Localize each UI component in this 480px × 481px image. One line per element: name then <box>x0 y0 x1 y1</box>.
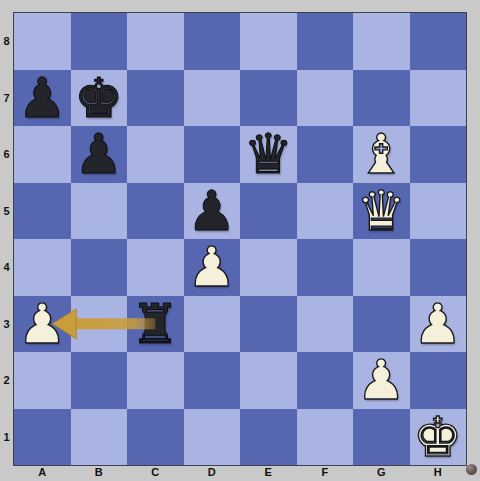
chessboard: ♟♚♟♛♝♟♛♟♟♜♟♟♚ <box>13 12 467 466</box>
square-c1[interactable] <box>127 409 184 466</box>
piece-white-bishop-g6[interactable]: ♝ <box>357 126 406 183</box>
piece-black-pawn-a7[interactable]: ♟ <box>18 70 67 127</box>
square-g1[interactable] <box>353 409 410 466</box>
piece-white-pawn-a3[interactable]: ♟ <box>18 296 67 353</box>
square-b6[interactable]: ♟ <box>71 126 128 183</box>
square-d5[interactable]: ♟ <box>184 183 241 240</box>
file-label-e: E <box>240 464 297 480</box>
rank-label-7: 7 <box>0 70 13 127</box>
square-e2[interactable] <box>240 352 297 409</box>
file-label-g: G <box>353 464 410 480</box>
square-g5[interactable]: ♛ <box>353 183 410 240</box>
chessboard-grid: ♟♚♟♛♝♟♛♟♟♜♟♟♚ <box>14 13 466 465</box>
square-g8[interactable] <box>353 13 410 70</box>
square-h2[interactable] <box>410 352 467 409</box>
square-a2[interactable] <box>14 352 71 409</box>
square-f4[interactable] <box>297 239 354 296</box>
square-h6[interactable] <box>410 126 467 183</box>
square-e5[interactable] <box>240 183 297 240</box>
square-f7[interactable] <box>297 70 354 127</box>
square-b5[interactable] <box>71 183 128 240</box>
piece-white-pawn-g2[interactable]: ♟ <box>357 352 406 409</box>
rank-label-8: 8 <box>0 13 13 70</box>
square-d7[interactable] <box>184 70 241 127</box>
square-d8[interactable] <box>184 13 241 70</box>
square-c7[interactable] <box>127 70 184 127</box>
square-e6[interactable]: ♛ <box>240 126 297 183</box>
square-c3[interactable]: ♜ <box>127 296 184 353</box>
file-label-b: B <box>71 464 128 480</box>
square-b2[interactable] <box>71 352 128 409</box>
square-a5[interactable] <box>14 183 71 240</box>
square-b7[interactable]: ♚ <box>71 70 128 127</box>
piece-white-pawn-d4[interactable]: ♟ <box>187 239 236 296</box>
square-g4[interactable] <box>353 239 410 296</box>
file-label-a: A <box>14 464 71 480</box>
square-c5[interactable] <box>127 183 184 240</box>
square-d4[interactable]: ♟ <box>184 239 241 296</box>
file-label-h: H <box>410 464 467 480</box>
square-e7[interactable] <box>240 70 297 127</box>
piece-black-pawn-b6[interactable]: ♟ <box>74 126 123 183</box>
square-a6[interactable] <box>14 126 71 183</box>
rank-labels: 87654321 <box>0 13 13 465</box>
square-d2[interactable] <box>184 352 241 409</box>
file-label-d: D <box>184 464 241 480</box>
chess-app-window: { "game": "chess", "position": { "fen": … <box>0 0 480 481</box>
rank-label-2: 2 <box>0 352 13 409</box>
square-a1[interactable] <box>14 409 71 466</box>
piece-white-king-h1[interactable]: ♚ <box>413 409 462 466</box>
square-f3[interactable] <box>297 296 354 353</box>
square-f1[interactable] <box>297 409 354 466</box>
rank-label-5: 5 <box>0 183 13 240</box>
square-e8[interactable] <box>240 13 297 70</box>
square-d3[interactable] <box>184 296 241 353</box>
square-d6[interactable] <box>184 126 241 183</box>
corner-dot-indicator <box>466 464 477 475</box>
piece-black-pawn-d5[interactable]: ♟ <box>187 183 236 240</box>
square-c2[interactable] <box>127 352 184 409</box>
piece-white-queen-g5[interactable]: ♛ <box>357 183 406 240</box>
square-g2[interactable]: ♟ <box>353 352 410 409</box>
square-h5[interactable] <box>410 183 467 240</box>
square-b3[interactable] <box>71 296 128 353</box>
square-g7[interactable] <box>353 70 410 127</box>
square-c6[interactable] <box>127 126 184 183</box>
square-h3[interactable]: ♟ <box>410 296 467 353</box>
rank-label-1: 1 <box>0 409 13 466</box>
square-b4[interactable] <box>71 239 128 296</box>
piece-white-pawn-h3[interactable]: ♟ <box>413 296 462 353</box>
rank-label-6: 6 <box>0 126 13 183</box>
rank-label-4: 4 <box>0 239 13 296</box>
square-c4[interactable] <box>127 239 184 296</box>
square-f6[interactable] <box>297 126 354 183</box>
square-h1[interactable]: ♚ <box>410 409 467 466</box>
square-c8[interactable] <box>127 13 184 70</box>
square-a3[interactable]: ♟ <box>14 296 71 353</box>
square-h8[interactable] <box>410 13 467 70</box>
square-d1[interactable] <box>184 409 241 466</box>
square-a8[interactable] <box>14 13 71 70</box>
file-label-f: F <box>297 464 354 480</box>
square-b8[interactable] <box>71 13 128 70</box>
square-b1[interactable] <box>71 409 128 466</box>
square-g3[interactable] <box>353 296 410 353</box>
square-h7[interactable] <box>410 70 467 127</box>
square-e4[interactable] <box>240 239 297 296</box>
square-f5[interactable] <box>297 183 354 240</box>
square-e3[interactable] <box>240 296 297 353</box>
square-f8[interactable] <box>297 13 354 70</box>
piece-black-king-b7[interactable]: ♚ <box>74 70 123 127</box>
piece-black-queen-e6[interactable]: ♛ <box>244 126 293 183</box>
square-a4[interactable] <box>14 239 71 296</box>
square-g6[interactable]: ♝ <box>353 126 410 183</box>
square-h4[interactable] <box>410 239 467 296</box>
file-label-c: C <box>127 464 184 480</box>
piece-black-rook-c3[interactable]: ♜ <box>131 296 180 353</box>
square-e1[interactable] <box>240 409 297 466</box>
rank-label-3: 3 <box>0 296 13 353</box>
square-f2[interactable] <box>297 352 354 409</box>
square-a7[interactable]: ♟ <box>14 70 71 127</box>
file-labels: ABCDEFGH <box>14 464 466 480</box>
